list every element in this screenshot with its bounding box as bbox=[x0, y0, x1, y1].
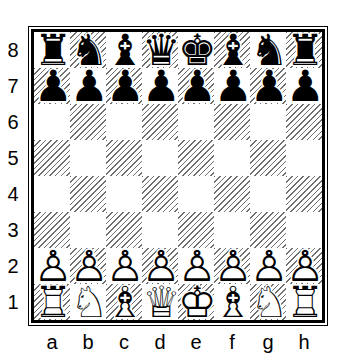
square-h6[interactable] bbox=[286, 104, 322, 140]
square-g3[interactable] bbox=[250, 212, 286, 248]
square-e2[interactable]: ♟♙ bbox=[178, 248, 214, 284]
square-c2[interactable]: ♟♙ bbox=[106, 248, 142, 284]
piece-black-pawn-e7: ♟ bbox=[178, 68, 214, 104]
piece-black-pawn-g7: ♟ bbox=[250, 68, 286, 104]
piece-white-queen-d1: ♕ bbox=[142, 284, 178, 320]
square-g8[interactable]: ♞♞ bbox=[250, 32, 286, 68]
square-b4[interactable] bbox=[70, 176, 106, 212]
piece-black-king-e8: ♚ bbox=[178, 32, 214, 68]
piece-white-rook-a1: ♖ bbox=[34, 284, 70, 320]
black-pawn-halo: ♟ bbox=[178, 68, 214, 104]
piece-black-pawn-d7: ♟ bbox=[142, 68, 178, 104]
file-label-a: a bbox=[34, 330, 70, 356]
square-h4[interactable] bbox=[286, 176, 322, 212]
square-a5[interactable] bbox=[34, 140, 70, 176]
square-b5[interactable] bbox=[70, 140, 106, 176]
square-a8[interactable]: ♜♜ bbox=[34, 32, 70, 68]
piece-black-rook-h8: ♜ bbox=[286, 32, 322, 68]
square-d3[interactable] bbox=[142, 212, 178, 248]
white-bishop-halo: ♝ bbox=[106, 284, 142, 320]
square-b3[interactable] bbox=[70, 212, 106, 248]
square-f1[interactable]: ♝♗ bbox=[214, 284, 250, 320]
square-g4[interactable] bbox=[250, 176, 286, 212]
square-d8[interactable]: ♛♛ bbox=[142, 32, 178, 68]
square-c4[interactable] bbox=[106, 176, 142, 212]
piece-white-pawn-b2: ♙ bbox=[70, 248, 106, 284]
square-b1[interactable]: ♞♘ bbox=[70, 284, 106, 320]
square-a3[interactable] bbox=[34, 212, 70, 248]
black-pawn-halo: ♟ bbox=[214, 68, 250, 104]
black-bishop-halo: ♝ bbox=[214, 32, 250, 68]
square-f2[interactable]: ♟♙ bbox=[214, 248, 250, 284]
file-label-e: e bbox=[178, 330, 214, 356]
piece-white-knight-b1: ♘ bbox=[70, 284, 106, 320]
rank-label-5: 5 bbox=[0, 140, 26, 176]
square-c5[interactable] bbox=[106, 140, 142, 176]
piece-white-bishop-f1: ♗ bbox=[214, 284, 250, 320]
rank-labels: 87654321 bbox=[0, 32, 26, 320]
square-b2[interactable]: ♟♙ bbox=[70, 248, 106, 284]
piece-black-bishop-f8: ♝ bbox=[214, 32, 250, 68]
file-label-d: d bbox=[142, 330, 178, 356]
board-inner-frame: ♜♜♞♞♝♝♛♛♚♚♝♝♞♞♜♜♟♟♟♟♟♟♟♟♟♟♟♟♟♟♟♟♟♙♟♙♟♙♟♙… bbox=[31, 29, 325, 323]
black-pawn-halo: ♟ bbox=[70, 68, 106, 104]
piece-white-pawn-d2: ♙ bbox=[142, 248, 178, 284]
piece-black-knight-g8: ♞ bbox=[250, 32, 286, 68]
white-pawn-halo: ♟ bbox=[34, 248, 70, 284]
black-queen-halo: ♛ bbox=[142, 32, 178, 68]
square-f5[interactable] bbox=[214, 140, 250, 176]
square-e5[interactable] bbox=[178, 140, 214, 176]
piece-black-queen-d8: ♛ bbox=[142, 32, 178, 68]
piece-white-pawn-f2: ♙ bbox=[214, 248, 250, 284]
black-pawn-halo: ♟ bbox=[250, 68, 286, 104]
square-a1[interactable]: ♜♖ bbox=[34, 284, 70, 320]
rank-label-6: 6 bbox=[0, 104, 26, 140]
square-h5[interactable] bbox=[286, 140, 322, 176]
square-e3[interactable] bbox=[178, 212, 214, 248]
white-king-halo: ♚ bbox=[178, 284, 214, 320]
white-knight-halo: ♞ bbox=[250, 284, 286, 320]
piece-black-pawn-b7: ♟ bbox=[70, 68, 106, 104]
square-h3[interactable] bbox=[286, 212, 322, 248]
square-e4[interactable] bbox=[178, 176, 214, 212]
white-pawn-halo: ♟ bbox=[178, 248, 214, 284]
rank-label-3: 3 bbox=[0, 212, 26, 248]
piece-black-rook-a8: ♜ bbox=[34, 32, 70, 68]
square-d4[interactable] bbox=[142, 176, 178, 212]
file-label-b: b bbox=[70, 330, 106, 356]
white-pawn-halo: ♟ bbox=[250, 248, 286, 284]
square-h1[interactable]: ♜♖ bbox=[286, 284, 322, 320]
file-labels: abcdefgh bbox=[34, 330, 322, 356]
square-d5[interactable] bbox=[142, 140, 178, 176]
white-queen-halo: ♛ bbox=[142, 284, 178, 320]
square-d2[interactable]: ♟♙ bbox=[142, 248, 178, 284]
white-knight-halo: ♞ bbox=[70, 284, 106, 320]
square-a7[interactable]: ♟♟ bbox=[34, 68, 70, 104]
piece-black-pawn-f7: ♟ bbox=[214, 68, 250, 104]
rank-label-1: 1 bbox=[0, 284, 26, 320]
piece-white-knight-g1: ♘ bbox=[250, 284, 286, 320]
square-c3[interactable] bbox=[106, 212, 142, 248]
square-e1[interactable]: ♚♔ bbox=[178, 284, 214, 320]
square-f8[interactable]: ♝♝ bbox=[214, 32, 250, 68]
square-a6[interactable] bbox=[34, 104, 70, 140]
black-pawn-halo: ♟ bbox=[34, 68, 70, 104]
square-g6[interactable] bbox=[250, 104, 286, 140]
file-label-f: f bbox=[214, 330, 250, 356]
square-c6[interactable] bbox=[106, 104, 142, 140]
board-grid: ♜♜♞♞♝♝♛♛♚♚♝♝♞♞♜♜♟♟♟♟♟♟♟♟♟♟♟♟♟♟♟♟♟♙♟♙♟♙♟♙… bbox=[34, 32, 322, 320]
black-pawn-halo: ♟ bbox=[142, 68, 178, 104]
white-pawn-halo: ♟ bbox=[106, 248, 142, 284]
square-f4[interactable] bbox=[214, 176, 250, 212]
square-b7[interactable]: ♟♟ bbox=[70, 68, 106, 104]
square-g7[interactable]: ♟♟ bbox=[250, 68, 286, 104]
rank-label-8: 8 bbox=[0, 32, 26, 68]
black-pawn-halo: ♟ bbox=[286, 68, 322, 104]
piece-white-rook-h1: ♖ bbox=[286, 284, 322, 320]
rank-label-4: 4 bbox=[0, 176, 26, 212]
square-e8[interactable]: ♚♚ bbox=[178, 32, 214, 68]
rank-label-2: 2 bbox=[0, 248, 26, 284]
file-label-g: g bbox=[250, 330, 286, 356]
file-label-c: c bbox=[106, 330, 142, 356]
white-pawn-halo: ♟ bbox=[286, 248, 322, 284]
rank-label-7: 7 bbox=[0, 68, 26, 104]
piece-black-knight-b8: ♞ bbox=[70, 32, 106, 68]
black-rook-halo: ♜ bbox=[34, 32, 70, 68]
black-bishop-halo: ♝ bbox=[106, 32, 142, 68]
square-a2[interactable]: ♟♙ bbox=[34, 248, 70, 284]
square-h2[interactable]: ♟♙ bbox=[286, 248, 322, 284]
piece-white-king-e1: ♔ bbox=[178, 284, 214, 320]
square-a4[interactable] bbox=[34, 176, 70, 212]
piece-white-pawn-e2: ♙ bbox=[178, 248, 214, 284]
square-c7[interactable]: ♟♟ bbox=[106, 68, 142, 104]
white-pawn-halo: ♟ bbox=[142, 248, 178, 284]
white-bishop-halo: ♝ bbox=[214, 284, 250, 320]
board-frame: ♜♜♞♞♝♝♛♛♚♚♝♝♞♞♜♜♟♟♟♟♟♟♟♟♟♟♟♟♟♟♟♟♟♙♟♙♟♙♟♙… bbox=[28, 26, 328, 326]
square-b6[interactable] bbox=[70, 104, 106, 140]
piece-black-pawn-c7: ♟ bbox=[106, 68, 142, 104]
square-f6[interactable] bbox=[214, 104, 250, 140]
black-knight-halo: ♞ bbox=[250, 32, 286, 68]
piece-white-pawn-a2: ♙ bbox=[34, 248, 70, 284]
file-label-h: h bbox=[286, 330, 322, 356]
square-f3[interactable] bbox=[214, 212, 250, 248]
white-pawn-halo: ♟ bbox=[214, 248, 250, 284]
square-c8[interactable]: ♝♝ bbox=[106, 32, 142, 68]
black-king-halo: ♚ bbox=[178, 32, 214, 68]
square-g1[interactable]: ♞♘ bbox=[250, 284, 286, 320]
white-pawn-halo: ♟ bbox=[70, 248, 106, 284]
square-h8[interactable]: ♜♜ bbox=[286, 32, 322, 68]
square-d7[interactable]: ♟♟ bbox=[142, 68, 178, 104]
square-g5[interactable] bbox=[250, 140, 286, 176]
square-h7[interactable]: ♟♟ bbox=[286, 68, 322, 104]
piece-white-pawn-h2: ♙ bbox=[286, 248, 322, 284]
square-e7[interactable]: ♟♟ bbox=[178, 68, 214, 104]
black-knight-halo: ♞ bbox=[70, 32, 106, 68]
square-d1[interactable]: ♛♕ bbox=[142, 284, 178, 320]
piece-white-bishop-c1: ♗ bbox=[106, 284, 142, 320]
piece-white-pawn-c2: ♙ bbox=[106, 248, 142, 284]
piece-black-pawn-h7: ♟ bbox=[286, 68, 322, 104]
square-b8[interactable]: ♞♞ bbox=[70, 32, 106, 68]
white-rook-halo: ♜ bbox=[34, 284, 70, 320]
white-rook-halo: ♜ bbox=[286, 284, 322, 320]
piece-black-pawn-a7: ♟ bbox=[34, 68, 70, 104]
black-pawn-halo: ♟ bbox=[106, 68, 142, 104]
square-f7[interactable]: ♟♟ bbox=[214, 68, 250, 104]
square-e6[interactable] bbox=[178, 104, 214, 140]
square-d6[interactable] bbox=[142, 104, 178, 140]
black-rook-halo: ♜ bbox=[286, 32, 322, 68]
chess-diagram: 87654321 ♜♜♞♞♝♝♛♛♚♚♝♝♞♞♜♜♟♟♟♟♟♟♟♟♟♟♟♟♟♟♟… bbox=[0, 0, 360, 360]
square-c1[interactable]: ♝♗ bbox=[106, 284, 142, 320]
piece-black-bishop-c8: ♝ bbox=[106, 32, 142, 68]
square-g2[interactable]: ♟♙ bbox=[250, 248, 286, 284]
piece-white-pawn-g2: ♙ bbox=[250, 248, 286, 284]
